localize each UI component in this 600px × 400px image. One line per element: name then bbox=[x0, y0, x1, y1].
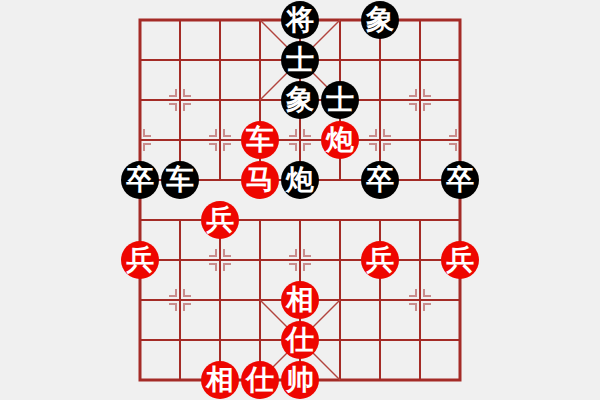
piece-red-cannon[interactable]: 炮 bbox=[321, 121, 359, 159]
piece-black-chariot[interactable]: 车 bbox=[161, 161, 199, 199]
piece-black-elephant[interactable]: 象 bbox=[361, 1, 399, 39]
piece-red-pawn[interactable]: 兵 bbox=[441, 241, 479, 279]
piece-black-advisor[interactable]: 士 bbox=[321, 81, 359, 119]
piece-red-pawn[interactable]: 兵 bbox=[121, 241, 159, 279]
piece-black-pawn[interactable]: 卒 bbox=[441, 161, 479, 199]
piece-black-cannon[interactable]: 炮 bbox=[281, 161, 319, 199]
piece-black-general[interactable]: 将 bbox=[281, 1, 319, 39]
piece-red-general[interactable]: 帅 bbox=[281, 361, 319, 399]
piece-red-advisor[interactable]: 仕 bbox=[241, 361, 279, 399]
piece-red-pawn[interactable]: 兵 bbox=[361, 241, 399, 279]
piece-black-elephant[interactable]: 象 bbox=[281, 81, 319, 119]
piece-black-pawn[interactable]: 卒 bbox=[361, 161, 399, 199]
piece-red-advisor[interactable]: 仕 bbox=[281, 321, 319, 359]
piece-red-elephant[interactable]: 相 bbox=[281, 281, 319, 319]
piece-red-chariot[interactable]: 车 bbox=[241, 121, 279, 159]
xiangqi-board: 将象士象士车炮卒车马炮卒卒兵兵兵兵相仕相仕帅 bbox=[0, 0, 600, 400]
piece-red-horse[interactable]: 马 bbox=[241, 161, 279, 199]
piece-red-elephant[interactable]: 相 bbox=[201, 361, 239, 399]
piece-red-pawn[interactable]: 兵 bbox=[201, 201, 239, 239]
piece-black-advisor[interactable]: 士 bbox=[281, 41, 319, 79]
pieces-layer: 将象士象士车炮卒车马炮卒卒兵兵兵兵相仕相仕帅 bbox=[120, 0, 480, 400]
piece-black-pawn[interactable]: 卒 bbox=[121, 161, 159, 199]
